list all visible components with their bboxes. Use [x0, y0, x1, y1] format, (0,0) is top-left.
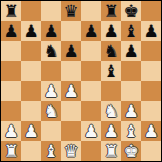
black-rook[interactable]: ♜: [103, 1, 118, 21]
square-b4[interactable]: [21, 81, 41, 101]
square-c4[interactable]: ♟: [41, 81, 61, 101]
square-e8[interactable]: [81, 1, 101, 21]
square-e5[interactable]: [81, 61, 101, 81]
square-c6[interactable]: ♞: [41, 41, 61, 61]
square-h6[interactable]: [141, 41, 161, 61]
square-a2[interactable]: ♟: [1, 121, 21, 141]
black-pawn[interactable]: ♟: [83, 21, 98, 41]
black-king[interactable]: ♚: [123, 1, 138, 21]
square-h3[interactable]: [141, 101, 161, 121]
square-f2[interactable]: ♟: [101, 121, 121, 141]
white-pawn[interactable]: ♟: [3, 121, 18, 141]
square-a8[interactable]: ♜: [1, 1, 21, 21]
square-c3[interactable]: ♞: [41, 101, 61, 121]
white-pawn[interactable]: ♟: [63, 81, 78, 101]
square-e2[interactable]: ♟: [81, 121, 101, 141]
white-king[interactable]: ♚: [123, 141, 138, 161]
square-d2[interactable]: [61, 121, 81, 141]
square-b3[interactable]: [21, 101, 41, 121]
square-g3[interactable]: ♟: [121, 101, 141, 121]
square-h8[interactable]: [141, 1, 161, 21]
square-h1[interactable]: [141, 141, 161, 161]
black-knight[interactable]: ♞: [43, 41, 58, 61]
white-rook[interactable]: ♜: [103, 141, 118, 161]
square-c2[interactable]: [41, 121, 61, 141]
square-f3[interactable]: ♞: [101, 101, 121, 121]
square-f8[interactable]: ♜: [101, 1, 121, 21]
square-h5[interactable]: [141, 61, 161, 81]
square-f6[interactable]: ♞: [101, 41, 121, 61]
black-pawn[interactable]: ♟: [123, 41, 138, 61]
square-d8[interactable]: ♛: [61, 1, 81, 21]
black-pawn[interactable]: ♟: [103, 21, 118, 41]
square-d1[interactable]: ♛: [61, 141, 81, 161]
white-bishop[interactable]: ♝: [123, 121, 138, 141]
white-rook[interactable]: ♜: [3, 141, 18, 161]
square-c7[interactable]: ♟: [41, 21, 61, 41]
square-a4[interactable]: [1, 81, 21, 101]
square-f4[interactable]: [101, 81, 121, 101]
square-d4[interactable]: ♟: [61, 81, 81, 101]
square-e6[interactable]: [81, 41, 101, 61]
square-a3[interactable]: [1, 101, 21, 121]
black-bishop[interactable]: ♝: [123, 21, 138, 41]
square-b1[interactable]: [21, 141, 41, 161]
black-knight[interactable]: ♞: [103, 41, 118, 61]
white-pawn[interactable]: ♟: [103, 121, 118, 141]
square-b5[interactable]: [21, 61, 41, 81]
square-d3[interactable]: [61, 101, 81, 121]
square-a1[interactable]: ♜: [1, 141, 21, 161]
black-queen[interactable]: ♛: [63, 1, 78, 21]
square-b6[interactable]: [21, 41, 41, 61]
white-pawn[interactable]: ♟: [143, 121, 158, 141]
square-h2[interactable]: ♟: [141, 121, 161, 141]
black-pawn[interactable]: ♟: [63, 41, 78, 61]
black-rook[interactable]: ♜: [3, 1, 18, 21]
white-pawn[interactable]: ♟: [83, 121, 98, 141]
square-b7[interactable]: ♟: [21, 21, 41, 41]
square-c5[interactable]: [41, 61, 61, 81]
black-pawn[interactable]: ♟: [3, 21, 18, 41]
square-g4[interactable]: [121, 81, 141, 101]
square-e1[interactable]: [81, 141, 101, 161]
square-e7[interactable]: ♟: [81, 21, 101, 41]
square-c1[interactable]: ♝: [41, 141, 61, 161]
square-a7[interactable]: ♟: [1, 21, 21, 41]
white-queen[interactable]: ♛: [63, 141, 78, 161]
white-pawn[interactable]: ♟: [123, 101, 138, 121]
black-pawn[interactable]: ♟: [43, 21, 58, 41]
square-f7[interactable]: ♟: [101, 21, 121, 41]
square-b8[interactable]: [21, 1, 41, 21]
white-knight[interactable]: ♞: [43, 101, 58, 121]
square-h7[interactable]: ♟: [141, 21, 161, 41]
square-g7[interactable]: ♝: [121, 21, 141, 41]
white-bishop[interactable]: ♝: [43, 141, 58, 161]
square-f1[interactable]: ♜: [101, 141, 121, 161]
square-d7[interactable]: [61, 21, 81, 41]
white-pawn[interactable]: ♟: [43, 81, 58, 101]
square-c8[interactable]: [41, 1, 61, 21]
square-g2[interactable]: ♝: [121, 121, 141, 141]
square-g6[interactable]: ♟: [121, 41, 141, 61]
square-d6[interactable]: ♟: [61, 41, 81, 61]
square-g5[interactable]: [121, 61, 141, 81]
square-a5[interactable]: [1, 61, 21, 81]
white-knight[interactable]: ♞: [103, 101, 118, 121]
square-g8[interactable]: ♚: [121, 1, 141, 21]
chess-board: ♜♛♜♚♟♟♟♟♟♝♟♞♟♞♟♝♟♟♞♞♟♟♟♟♟♝♟♜♝♛♜♚: [0, 0, 162, 162]
square-e3[interactable]: [81, 101, 101, 121]
black-pawn[interactable]: ♟: [143, 21, 158, 41]
square-a6[interactable]: [1, 41, 21, 61]
square-f5[interactable]: ♝: [101, 61, 121, 81]
square-g1[interactable]: ♚: [121, 141, 141, 161]
black-pawn[interactable]: ♟: [23, 21, 38, 41]
white-pawn[interactable]: ♟: [23, 121, 38, 141]
black-bishop[interactable]: ♝: [103, 61, 118, 81]
square-b2[interactable]: ♟: [21, 121, 41, 141]
square-e4[interactable]: [81, 81, 101, 101]
square-h4[interactable]: [141, 81, 161, 101]
square-d5[interactable]: [61, 61, 81, 81]
